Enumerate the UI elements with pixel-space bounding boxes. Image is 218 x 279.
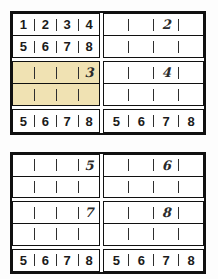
strip-row: 6 [104,155,203,176]
strip-cell-digit: 8 [79,36,100,57]
strip-cell-empty[interactable] [13,84,34,105]
strip-row: 5678 [13,250,99,271]
strip-row [13,83,99,105]
strip-cell-empty[interactable] [129,14,153,35]
strip-cell-empty[interactable] [129,224,153,245]
strip-cell-digit: 8 [79,250,100,271]
strip-cell-empty[interactable] [35,62,56,83]
strip-cell-digit: 6 [35,110,56,132]
strip-cell-empty[interactable] [13,155,34,176]
strip-cell-empty[interactable] [57,62,78,83]
strip-cell-digit[interactable]: 4 [154,62,178,83]
strip-cell-digit: 7 [57,110,78,132]
strip-cell-digit: 6 [35,250,56,271]
strip-column-right: 685678 [103,154,204,272]
strip-column-left: 1234567835678 [12,13,100,133]
strip-group-highlighted: 3 [12,61,100,106]
strip-row: 7 [13,202,99,223]
strip-cell-empty[interactable] [57,84,78,105]
strip-row: 5 [13,155,99,176]
worksheet-panel-bottom: 575678685678 [10,152,206,274]
strip-cell-empty[interactable] [13,202,34,223]
strip-cell-empty[interactable] [35,224,56,245]
strip-cell-empty[interactable] [179,14,203,35]
strip-group: 8 [103,201,204,245]
strip-cell-digit[interactable]: 5 [79,155,100,176]
strip-cell-digit: 2 [35,14,56,35]
strip-row [13,223,99,245]
strip-cell-digit: 6 [35,36,56,57]
strip-cell-empty[interactable] [129,155,153,176]
strip-row [13,176,99,198]
strip-cell-empty[interactable] [129,62,153,83]
strip-row: 4 [104,62,203,83]
strip-row: 3 [13,62,99,83]
strip-cell-empty[interactable] [154,84,178,105]
strip-cell-digit: 7 [154,110,178,132]
strip-cell-digit[interactable]: 2 [154,14,178,35]
strip-group: 4 [103,61,204,106]
strip-row [104,35,203,57]
strip-cell-digit[interactable]: 8 [154,202,178,223]
strip-cell-empty[interactable] [129,202,153,223]
strip-cell-empty[interactable] [129,36,153,57]
strip-cell-empty[interactable] [154,177,178,198]
strip-cell-digit: 7 [57,250,78,271]
strip-cell-digit: 5 [13,250,34,271]
strip-cell-empty[interactable] [129,84,153,105]
strip-cell-empty[interactable] [179,155,203,176]
strip-row [104,176,203,198]
strip-cell-empty[interactable] [57,155,78,176]
strip-group: 5 [12,154,100,198]
strip-cell-digit: 5 [104,110,128,132]
strip-group: 5678 [12,249,100,272]
strip-cell-digit: 6 [129,250,153,271]
strip-cell-digit[interactable]: 7 [79,202,100,223]
strip-cell-digit: 8 [179,250,203,271]
strip-cell-digit: 8 [179,110,203,132]
strip-group: 5678 [103,249,204,272]
strip-row: 5678 [13,35,99,57]
strip-cell-empty[interactable] [104,202,128,223]
strip-row [104,83,203,105]
strip-cell-empty[interactable] [179,36,203,57]
strip-cell-digit[interactable]: 3 [79,62,100,83]
strip-cell-empty[interactable] [154,36,178,57]
strip-group: 6 [103,154,204,198]
strip-cell-digit: 7 [57,36,78,57]
strip-cell-empty[interactable] [104,84,128,105]
strip-cell-empty[interactable] [104,155,128,176]
strip-group: 5678 [12,109,100,133]
strip-cell-digit: 5 [13,110,34,132]
strip-cell-empty[interactable] [13,224,34,245]
strip-column-left: 575678 [12,154,100,272]
worksheet-panel-top: 1234567835678245678 [10,11,206,135]
strip-cell-empty[interactable] [79,177,100,198]
strip-row [104,223,203,245]
strip-cell-empty[interactable] [129,177,153,198]
strip-cell-empty[interactable] [104,224,128,245]
strip-row: 1234 [13,14,99,35]
strip-cell-digit: 6 [129,110,153,132]
strip-group: 7 [12,201,100,245]
strip-group: 5678 [103,109,204,133]
strip-column-right: 245678 [103,13,204,133]
strip-cell-digit: 1 [13,14,34,35]
strip-cell-empty[interactable] [57,177,78,198]
strip-cell-empty[interactable] [13,177,34,198]
strip-cell-empty[interactable] [57,224,78,245]
strip-row: 8 [104,202,203,223]
strip-row: 2 [104,14,203,35]
strip-row: 5678 [104,110,203,132]
strip-cell-empty[interactable] [35,177,56,198]
worksheet-sheet: 1234567835678245678 575678685678 [0,0,218,279]
strip-cell-digit: 4 [79,14,100,35]
strip-cell-empty[interactable] [13,62,34,83]
strip-row: 5678 [104,250,203,271]
strip-cell-digit: 3 [57,14,78,35]
strip-cell-empty[interactable] [79,224,100,245]
strip-row: 5678 [13,110,99,132]
strip-cell-digit: 5 [104,250,128,271]
strip-cell-empty[interactable] [104,36,128,57]
strip-cell-empty[interactable] [57,202,78,223]
strip-cell-digit: 5 [13,36,34,57]
strip-cell-digit[interactable]: 6 [154,155,178,176]
strip-cell-empty[interactable] [104,14,128,35]
strip-cell-empty[interactable] [179,202,203,223]
strip-cell-empty[interactable] [179,62,203,83]
strip-group: 12345678 [12,13,100,58]
strip-cell-empty[interactable] [154,224,178,245]
strip-cell-digit: 7 [154,250,178,271]
strip-group: 2 [103,13,204,58]
strip-cell-empty[interactable] [179,177,203,198]
strip-cell-empty[interactable] [35,155,56,176]
strip-cell-empty[interactable] [179,224,203,245]
strip-cell-empty[interactable] [35,202,56,223]
strip-cell-empty[interactable] [104,62,128,83]
strip-cell-empty[interactable] [35,84,56,105]
strip-cell-empty[interactable] [179,84,203,105]
strip-cell-empty[interactable] [104,177,128,198]
strip-cell-empty[interactable] [79,84,100,105]
strip-cell-digit: 8 [79,110,100,132]
